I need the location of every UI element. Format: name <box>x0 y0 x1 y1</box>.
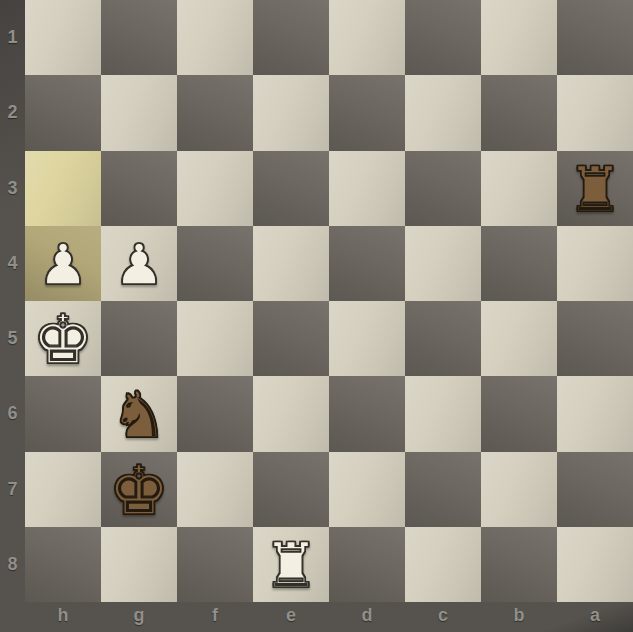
square-e4[interactable] <box>253 226 329 301</box>
square-f6[interactable] <box>177 376 253 451</box>
square-g2[interactable] <box>101 75 177 150</box>
square-h3[interactable] <box>25 151 101 226</box>
rank-label-3: 3 <box>0 151 25 226</box>
square-b3[interactable] <box>481 151 557 226</box>
square-f3[interactable] <box>177 151 253 226</box>
square-b6[interactable] <box>481 376 557 451</box>
file-labels: hgfedcba <box>25 602 633 632</box>
square-f4[interactable] <box>177 226 253 301</box>
file-label-g: g <box>101 602 177 632</box>
square-e8[interactable]: ♜ <box>253 527 329 602</box>
file-label-e: e <box>253 602 329 632</box>
chess-board: ♜♟♟♚♞♚♜ <box>25 0 633 602</box>
file-label-d: d <box>329 602 405 632</box>
square-c8[interactable] <box>405 527 481 602</box>
square-e7[interactable] <box>253 452 329 527</box>
square-f1[interactable] <box>177 0 253 75</box>
square-a4[interactable] <box>557 226 633 301</box>
square-d3[interactable] <box>329 151 405 226</box>
square-e2[interactable] <box>253 75 329 150</box>
black-knight[interactable]: ♞ <box>110 380 167 447</box>
chess-board-app: 12345678 ♜♟♟♚♞♚♜ hgfedcba <box>0 0 633 632</box>
square-a8[interactable] <box>557 527 633 602</box>
white-rook[interactable]: ♜ <box>263 532 319 597</box>
square-d1[interactable] <box>329 0 405 75</box>
square-a3[interactable]: ♜ <box>557 151 633 226</box>
rank-label-2: 2 <box>0 75 25 150</box>
square-f8[interactable] <box>177 527 253 602</box>
square-c4[interactable] <box>405 226 481 301</box>
square-h7[interactable] <box>25 452 101 527</box>
white-pawn[interactable]: ♟ <box>114 234 164 293</box>
square-g3[interactable] <box>101 151 177 226</box>
rank-label-5: 5 <box>0 301 25 376</box>
file-label-a: a <box>557 602 633 632</box>
square-d5[interactable] <box>329 301 405 376</box>
square-g7[interactable]: ♚ <box>101 452 177 527</box>
square-h8[interactable] <box>25 527 101 602</box>
black-king[interactable]: ♚ <box>109 454 170 525</box>
rank-label-4: 4 <box>0 226 25 301</box>
rank-label-6: 6 <box>0 376 25 451</box>
square-h5[interactable]: ♚ <box>25 301 101 376</box>
square-e3[interactable] <box>253 151 329 226</box>
square-a7[interactable] <box>557 452 633 527</box>
square-c5[interactable] <box>405 301 481 376</box>
square-g4[interactable]: ♟ <box>101 226 177 301</box>
square-b5[interactable] <box>481 301 557 376</box>
square-a5[interactable] <box>557 301 633 376</box>
square-b7[interactable] <box>481 452 557 527</box>
file-label-c: c <box>405 602 481 632</box>
square-c7[interactable] <box>405 452 481 527</box>
square-b2[interactable] <box>481 75 557 150</box>
square-d4[interactable] <box>329 226 405 301</box>
file-label-b: b <box>481 602 557 632</box>
rank-label-7: 7 <box>0 452 25 527</box>
square-f7[interactable] <box>177 452 253 527</box>
square-f5[interactable] <box>177 301 253 376</box>
square-a6[interactable] <box>557 376 633 451</box>
white-king[interactable]: ♚ <box>33 303 94 374</box>
square-c6[interactable] <box>405 376 481 451</box>
square-c2[interactable] <box>405 75 481 150</box>
rank-label-1: 1 <box>0 0 25 75</box>
board-corner <box>0 602 25 632</box>
square-g8[interactable] <box>101 527 177 602</box>
square-a2[interactable] <box>557 75 633 150</box>
square-g5[interactable] <box>101 301 177 376</box>
square-g1[interactable] <box>101 0 177 75</box>
square-b4[interactable] <box>481 226 557 301</box>
white-pawn[interactable]: ♟ <box>38 234 88 293</box>
rank-label-8: 8 <box>0 527 25 602</box>
square-g6[interactable]: ♞ <box>101 376 177 451</box>
square-d2[interactable] <box>329 75 405 150</box>
rank-labels: 12345678 <box>0 0 25 602</box>
square-h6[interactable] <box>25 376 101 451</box>
square-d8[interactable] <box>329 527 405 602</box>
square-d6[interactable] <box>329 376 405 451</box>
square-h1[interactable] <box>25 0 101 75</box>
file-label-f: f <box>177 602 253 632</box>
square-e1[interactable] <box>253 0 329 75</box>
square-c3[interactable] <box>405 151 481 226</box>
square-e5[interactable] <box>253 301 329 376</box>
black-rook[interactable]: ♜ <box>567 156 623 221</box>
square-c1[interactable] <box>405 0 481 75</box>
square-h4[interactable]: ♟ <box>25 226 101 301</box>
square-b8[interactable] <box>481 527 557 602</box>
square-h2[interactable] <box>25 75 101 150</box>
square-e6[interactable] <box>253 376 329 451</box>
square-a1[interactable] <box>557 0 633 75</box>
square-d7[interactable] <box>329 452 405 527</box>
square-f2[interactable] <box>177 75 253 150</box>
square-b1[interactable] <box>481 0 557 75</box>
file-label-h: h <box>25 602 101 632</box>
